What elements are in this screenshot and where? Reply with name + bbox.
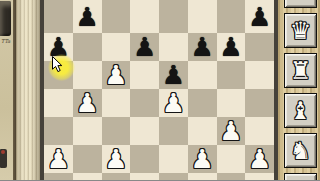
- chess-board[interactable]: ♟♟♟♟♟♟♟♟♟♟♟♟♟♟♟: [44, 0, 274, 180]
- square-f6[interactable]: ♟: [188, 33, 217, 61]
- square-f5[interactable]: [188, 61, 217, 89]
- square-b7[interactable]: ♟: [73, 0, 102, 33]
- square-h7[interactable]: ♟: [245, 0, 274, 33]
- app-window: TTa ♟♟♟♟♟♟♟♟♟♟♟♟♟♟♟ ♚♛♜♝♞♟: [0, 0, 320, 180]
- square-c7[interactable]: [102, 0, 131, 33]
- square-c2[interactable]: ♟: [102, 145, 131, 173]
- square-d4[interactable]: [130, 89, 159, 117]
- white-knight-icon: ♞: [290, 139, 312, 163]
- scroll-column-texture: [16, 0, 40, 180]
- palette-button-knight[interactable]: ♞: [284, 133, 317, 168]
- square-h4[interactable]: [245, 89, 274, 117]
- square-a1[interactable]: [44, 173, 73, 180]
- square-a7[interactable]: [44, 0, 73, 33]
- square-e5[interactable]: ♟: [159, 61, 188, 89]
- square-f4[interactable]: [188, 89, 217, 117]
- white-rook-icon: ♜: [290, 59, 312, 83]
- white-bishop-icon: ♝: [290, 99, 312, 123]
- margin-caption-text: TTa: [1, 39, 13, 44]
- square-b2[interactable]: [73, 145, 102, 173]
- square-h6[interactable]: [245, 33, 274, 61]
- square-g5[interactable]: [217, 61, 246, 89]
- palette-button-queen[interactable]: ♛: [284, 13, 317, 48]
- square-d1[interactable]: [130, 173, 159, 180]
- white-pawn-icon: ♟: [290, 179, 312, 181]
- square-b4[interactable]: ♟: [73, 89, 102, 117]
- square-c3[interactable]: [102, 117, 131, 145]
- white-pawn: ♟: [75, 89, 98, 117]
- square-g7[interactable]: [217, 0, 246, 33]
- square-c5[interactable]: ♟: [102, 61, 131, 89]
- white-king-icon: ♚: [290, 0, 312, 3]
- square-f2[interactable]: ♟: [188, 145, 217, 173]
- square-b1[interactable]: [73, 173, 102, 180]
- square-e4[interactable]: ♟: [159, 89, 188, 117]
- white-queen-icon: ♛: [290, 19, 312, 43]
- square-d5[interactable]: [130, 61, 159, 89]
- square-e3[interactable]: [159, 117, 188, 145]
- square-e1[interactable]: [159, 173, 188, 180]
- square-h3[interactable]: [245, 117, 274, 145]
- square-g3[interactable]: ♟: [217, 117, 246, 145]
- square-f1[interactable]: [188, 173, 217, 180]
- black-pawn: ♟: [133, 33, 156, 61]
- square-h1[interactable]: [245, 173, 274, 180]
- palette-button-bishop[interactable]: ♝: [284, 93, 317, 128]
- square-f3[interactable]: [188, 117, 217, 145]
- square-a3[interactable]: [44, 117, 73, 145]
- square-a4[interactable]: [44, 89, 73, 117]
- white-pawn: ♟: [104, 145, 127, 173]
- palette-button-pawn[interactable]: ♟: [284, 173, 317, 180]
- square-c4[interactable]: [102, 89, 131, 117]
- palette-button-king[interactable]: ♚: [284, 0, 317, 8]
- square-d6[interactable]: ♟: [130, 33, 159, 61]
- square-g6[interactable]: ♟: [217, 33, 246, 61]
- square-g1[interactable]: [217, 173, 246, 180]
- white-pawn: ♟: [219, 117, 242, 145]
- margin-artwork-red-dot: [1, 150, 5, 154]
- black-pawn: ♟: [248, 3, 271, 31]
- square-e7[interactable]: [159, 0, 188, 33]
- square-g4[interactable]: [217, 89, 246, 117]
- parchment-margin: TTa: [0, 0, 13, 180]
- black-pawn: ♟: [190, 33, 213, 61]
- black-pawn: ♟: [219, 33, 242, 61]
- square-b3[interactable]: [73, 117, 102, 145]
- square-b6[interactable]: [73, 33, 102, 61]
- black-pawn: ♟: [162, 61, 185, 89]
- square-c6[interactable]: [102, 33, 131, 61]
- white-pawn: ♟: [47, 145, 70, 173]
- square-f7[interactable]: [188, 0, 217, 33]
- margin-artwork-top: [0, 1, 11, 36]
- mouse-cursor-icon: [52, 56, 64, 74]
- square-e6[interactable]: [159, 33, 188, 61]
- square-c1[interactable]: [102, 173, 131, 180]
- square-h2[interactable]: ♟: [245, 145, 274, 173]
- white-pawn: ♟: [162, 89, 185, 117]
- black-pawn: ♟: [75, 3, 98, 31]
- white-pawn: ♟: [248, 145, 271, 173]
- square-a2[interactable]: ♟: [44, 145, 73, 173]
- square-d7[interactable]: [130, 0, 159, 33]
- white-pawn: ♟: [104, 61, 127, 89]
- square-e2[interactable]: [159, 145, 188, 173]
- board-frame: ♟♟♟♟♟♟♟♟♟♟♟♟♟♟♟: [40, 0, 278, 180]
- square-d3[interactable]: [130, 117, 159, 145]
- white-pawn: ♟: [190, 145, 213, 173]
- square-b5[interactable]: [73, 61, 102, 89]
- square-g2[interactable]: [217, 145, 246, 173]
- palette-button-rook[interactable]: ♜: [284, 53, 317, 88]
- square-d2[interactable]: [130, 145, 159, 173]
- square-h5[interactable]: [245, 61, 274, 89]
